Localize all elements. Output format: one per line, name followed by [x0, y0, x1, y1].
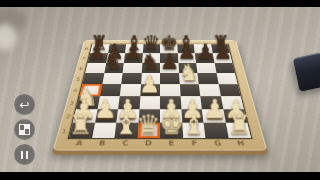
black-pawn-h7[interactable]: ♟: [214, 42, 233, 63]
square-h6[interactable]: [214, 63, 235, 73]
square-d4[interactable]: ♟: [140, 84, 160, 96]
file-labels: ABCDEFGH: [66, 140, 253, 149]
square-h7[interactable]: ♟: [212, 53, 232, 63]
white-queen-d1[interactable]: ♛: [137, 111, 161, 138]
white-rook-h1[interactable]: ♜: [228, 111, 252, 138]
square-d3[interactable]: [139, 96, 160, 109]
rank-label-6: 6: [76, 66, 86, 71]
square-b5[interactable]: [102, 73, 123, 84]
white-pawn-g2[interactable]: ♟: [203, 97, 226, 123]
undo-arrow-icon: ↩: [19, 98, 29, 112]
white-pawn-d4[interactable]: ♟: [139, 72, 160, 96]
square-b1[interactable]: [92, 123, 117, 138]
blurred-desk-item-2: [0, 24, 16, 50]
chess-board-3d: ♜♝♛♚♝♜♟♟♟♟♟♟♞♞♟♞♟♞♟♟♟♟♟♟♟♜♝♛♚♝♜ ABCDEFGH…: [53, 40, 268, 150]
black-knight-b6[interactable]: ♞: [103, 51, 123, 73]
pause-button[interactable]: [14, 144, 35, 165]
rank-label-7: 7: [79, 56, 88, 60]
file-label-a: A: [66, 139, 92, 150]
square-c1[interactable]: ♝: [114, 123, 138, 138]
pause-icon: [21, 151, 29, 159]
file-label-b: B: [90, 139, 115, 150]
square-a1[interactable]: ♜: [69, 123, 95, 138]
board-frame: ♜♝♛♚♝♜♟♟♟♟♟♟♞♞♟♞♟♞♟♟♟♟♟♟♟♜♝♛♚♝♜ ABCDEFGH…: [53, 40, 268, 150]
rank-label-5: 5: [73, 76, 83, 81]
file-label-h: H: [228, 139, 254, 150]
white-rook-a1[interactable]: ♜: [68, 111, 92, 138]
rank-label-8: 8: [82, 47, 91, 51]
square-e1[interactable]: ♚: [160, 123, 183, 138]
white-bishop-f1[interactable]: ♝: [182, 111, 206, 138]
file-label-d: D: [137, 139, 160, 150]
screenshot-stage: ♜♝♛♚♝♜♟♟♟♟♟♟♞♞♟♞♟♞♟♟♟♟♟♟♟♜♝♛♚♝♜ ABCDEFGH…: [0, 0, 320, 180]
square-d1[interactable]: ♛: [137, 123, 160, 138]
file-label-g: G: [206, 139, 231, 150]
square-b6[interactable]: ♞: [104, 63, 124, 73]
view-toggle-button[interactable]: [14, 119, 35, 140]
file-label-f: F: [183, 139, 207, 150]
undo-button[interactable]: ↩: [14, 94, 35, 115]
board-grid-icon: [19, 124, 30, 135]
square-e6[interactable]: ♟: [160, 63, 179, 73]
square-f5[interactable]: ♞: [179, 73, 199, 84]
desk-scene: ♜♝♛♚♝♜♟♟♟♟♟♟♞♞♟♞♟♞♟♟♟♟♟♟♟♜♝♛♚♝♜ ABCDEFGH…: [0, 7, 320, 172]
square-g1[interactable]: [204, 123, 229, 138]
square-g5[interactable]: [197, 73, 218, 84]
black-pawn-e6[interactable]: ♟: [159, 51, 179, 73]
file-label-c: C: [113, 139, 137, 150]
dark-object-on-desk: [293, 52, 320, 91]
file-label-e: E: [160, 139, 183, 150]
white-king-e1[interactable]: ♚: [159, 111, 183, 138]
square-h1[interactable]: ♜: [225, 123, 251, 138]
square-f1[interactable]: ♝: [182, 123, 206, 138]
square-e5[interactable]: [160, 73, 179, 84]
chess-board-grid[interactable]: ♜♝♛♚♝♜♟♟♟♟♟♟♞♞♟♞♟♞♟♟♟♟♟♟♟♜♝♛♚♝♜: [69, 44, 251, 138]
white-knight-f5[interactable]: ♞: [179, 61, 200, 84]
white-bishop-c1[interactable]: ♝: [114, 111, 138, 138]
square-h5[interactable]: [216, 73, 237, 84]
